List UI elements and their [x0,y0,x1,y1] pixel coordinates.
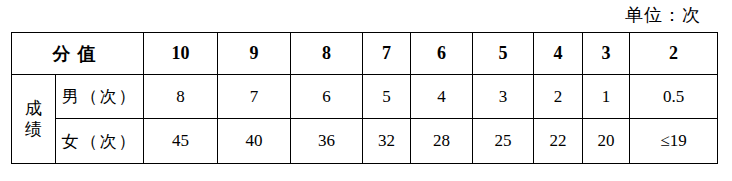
score-header-cell: 8 [291,33,363,75]
table-cell: 2 [534,75,583,119]
table-cell: 32 [363,119,411,164]
group-label: 成绩 [12,75,56,164]
table-cell: 1 [583,75,630,119]
table-cell: 0.5 [630,75,718,119]
score-header-cell: 7 [363,33,411,75]
table-cell: 7 [218,75,291,119]
score-header-cell: 2 [630,33,718,75]
table-cell: 3 [473,75,534,119]
group-label-text: 成绩 [25,98,43,140]
table-cell: 4 [411,75,473,119]
header-row: 分值 10 9 8 7 6 5 4 3 2 [12,33,718,75]
table-cell: 25 [473,119,534,164]
table-cell: 36 [291,119,363,164]
unit-label: 单位：次 [625,3,701,27]
page: { "unit_label": "单位：次", "table": { "corn… [0,0,732,181]
table-cell: 20 [583,119,630,164]
table-cell: 28 [411,119,473,164]
table-cell: 45 [144,119,218,164]
table-cell: ≤19 [630,119,718,164]
score-header-cell: 6 [411,33,473,75]
male-row-label: 男（次） [56,75,144,119]
table-cell: 22 [534,119,583,164]
female-row-label: 女（次） [56,119,144,164]
table-cell: 8 [144,75,218,119]
score-header-cell: 5 [473,33,534,75]
score-header-cell: 3 [583,33,630,75]
table-cell: 5 [363,75,411,119]
female-row: 女（次） 45 40 36 32 28 25 22 20 ≤19 [12,119,718,164]
male-row: 成绩 男（次） 8 7 6 5 4 3 2 1 0.5 [12,75,718,119]
score-header-cell: 4 [534,33,583,75]
score-header-cell: 10 [144,33,218,75]
score-column-header: 分值 [12,33,144,75]
table-cell: 40 [218,119,291,164]
score-header-cell: 9 [218,33,291,75]
table-cell: 6 [291,75,363,119]
score-table: 分值 10 9 8 7 6 5 4 3 2 成绩 男（次） 8 7 6 5 4 … [11,32,718,164]
